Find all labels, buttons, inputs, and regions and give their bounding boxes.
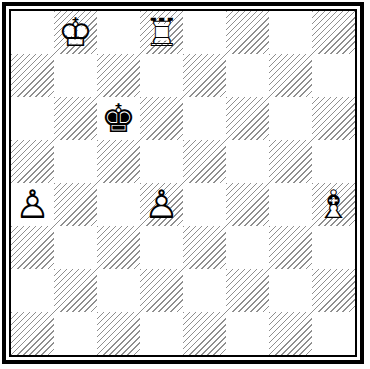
- square-e7[interactable]: [183, 54, 226, 97]
- square-g2[interactable]: [269, 269, 312, 312]
- square-f6[interactable]: [226, 97, 269, 140]
- chessboard-inner-border: ♚♔♜♖♔♚♟♙♟♙♝♗: [9, 9, 357, 357]
- square-f3[interactable]: [226, 226, 269, 269]
- square-d7[interactable]: [140, 54, 183, 97]
- square-h7[interactable]: [312, 54, 355, 97]
- square-b4[interactable]: [54, 183, 97, 226]
- square-g6[interactable]: [269, 97, 312, 140]
- white-pawn-glyph: ♙: [140, 183, 183, 226]
- white-king-glyph: ♔: [54, 11, 97, 54]
- square-f2[interactable]: [226, 269, 269, 312]
- square-b8[interactable]: ♚♔: [54, 11, 97, 54]
- square-f8[interactable]: [226, 11, 269, 54]
- square-d5[interactable]: [140, 140, 183, 183]
- square-h5[interactable]: [312, 140, 355, 183]
- square-d8[interactable]: ♜♖: [140, 11, 183, 54]
- square-b6[interactable]: [54, 97, 97, 140]
- square-g4[interactable]: [269, 183, 312, 226]
- page: ♚♔♜♖♔♚♟♙♟♙♝♗: [0, 0, 370, 369]
- piece-white-pawn-d4[interactable]: ♟♙: [140, 183, 183, 226]
- square-d6[interactable]: [140, 97, 183, 140]
- square-c1[interactable]: [97, 312, 140, 355]
- chessboard-outer-frame: ♚♔♜♖♔♚♟♙♟♙♝♗: [2, 2, 364, 364]
- square-h3[interactable]: [312, 226, 355, 269]
- square-d1[interactable]: [140, 312, 183, 355]
- square-a7[interactable]: [11, 54, 54, 97]
- square-f4[interactable]: [226, 183, 269, 226]
- square-g7[interactable]: [269, 54, 312, 97]
- square-c5[interactable]: [97, 140, 140, 183]
- square-a3[interactable]: [11, 226, 54, 269]
- square-g8[interactable]: [269, 11, 312, 54]
- square-h8[interactable]: [312, 11, 355, 54]
- square-a5[interactable]: [11, 140, 54, 183]
- square-f7[interactable]: [226, 54, 269, 97]
- piece-white-rook-d8[interactable]: ♜♖: [140, 11, 183, 54]
- square-g3[interactable]: [269, 226, 312, 269]
- square-c6[interactable]: ♔♚: [97, 97, 140, 140]
- piece-white-pawn-a4[interactable]: ♟♙: [11, 183, 54, 226]
- square-f1[interactable]: [226, 312, 269, 355]
- white-pawn-glyph: ♙: [11, 183, 54, 226]
- square-b5[interactable]: [54, 140, 97, 183]
- square-e2[interactable]: [183, 269, 226, 312]
- square-a2[interactable]: [11, 269, 54, 312]
- square-c2[interactable]: [97, 269, 140, 312]
- square-e5[interactable]: [183, 140, 226, 183]
- square-b1[interactable]: [54, 312, 97, 355]
- square-h6[interactable]: [312, 97, 355, 140]
- square-h2[interactable]: [312, 269, 355, 312]
- square-d4[interactable]: ♟♙: [140, 183, 183, 226]
- square-b2[interactable]: [54, 269, 97, 312]
- square-d3[interactable]: [140, 226, 183, 269]
- square-c3[interactable]: [97, 226, 140, 269]
- square-h4[interactable]: ♝♗: [312, 183, 355, 226]
- square-h1[interactable]: [312, 312, 355, 355]
- square-a4[interactable]: ♟♙: [11, 183, 54, 226]
- square-e6[interactable]: [183, 97, 226, 140]
- board: ♚♔♜♖♔♚♟♙♟♙♝♗: [11, 11, 355, 355]
- square-c7[interactable]: [97, 54, 140, 97]
- square-d2[interactable]: [140, 269, 183, 312]
- square-c8[interactable]: [97, 11, 140, 54]
- square-a1[interactable]: [11, 312, 54, 355]
- piece-black-king-c6[interactable]: ♔♚: [97, 97, 140, 140]
- square-e8[interactable]: [183, 11, 226, 54]
- piece-white-king-b8[interactable]: ♚♔: [54, 11, 97, 54]
- square-b3[interactable]: [54, 226, 97, 269]
- square-a6[interactable]: [11, 97, 54, 140]
- square-f5[interactable]: [226, 140, 269, 183]
- white-bishop-glyph: ♗: [312, 183, 355, 226]
- square-g5[interactable]: [269, 140, 312, 183]
- square-a8[interactable]: [11, 11, 54, 54]
- square-e3[interactable]: [183, 226, 226, 269]
- square-b7[interactable]: [54, 54, 97, 97]
- piece-white-bishop-h4[interactable]: ♝♗: [312, 183, 355, 226]
- black-king-glyph: ♚: [97, 97, 140, 140]
- white-rook-glyph: ♖: [140, 11, 183, 54]
- square-g1[interactable]: [269, 312, 312, 355]
- square-c4[interactable]: [97, 183, 140, 226]
- square-e4[interactable]: [183, 183, 226, 226]
- square-e1[interactable]: [183, 312, 226, 355]
